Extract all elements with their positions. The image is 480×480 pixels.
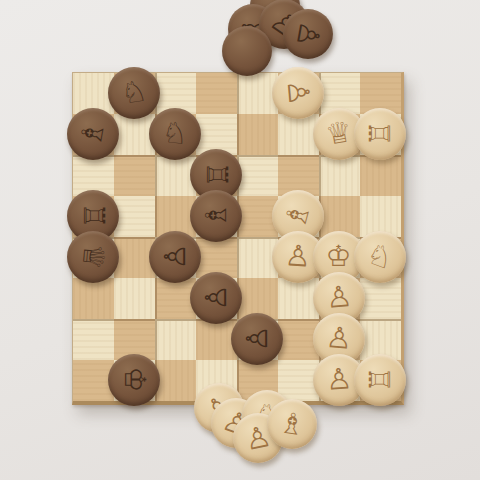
piece-dark-knight[interactable]: ♘	[149, 108, 201, 160]
queen-engraving-icon: ♕	[77, 242, 108, 270]
square-r3c8[interactable]	[360, 155, 401, 196]
square-r4c2[interactable]	[114, 196, 155, 237]
square-r2c5[interactable]	[237, 114, 278, 155]
square-r7c3[interactable]	[155, 319, 196, 360]
square-r3c5[interactable]	[237, 155, 278, 196]
pawn-engraving-icon: ♙	[242, 326, 271, 352]
piece-light-pawn[interactable]: ♙	[272, 67, 324, 119]
piece-dark-queen[interactable]: ♕	[67, 231, 119, 283]
king-engraving-icon: ♔	[326, 242, 352, 271]
pawn-engraving-icon: ♙	[324, 323, 352, 354]
pawn-engraving-icon: ♙	[291, 19, 324, 50]
square-r6c1[interactable]	[73, 278, 114, 319]
square-r3c2[interactable]	[114, 155, 155, 196]
piece-dark-pawn-captured-4[interactable]: ♙	[283, 9, 333, 59]
pawn-engraving-icon: ♙	[284, 241, 312, 272]
piece-dark-blank-captured-5[interactable]	[222, 26, 272, 76]
piece-dark-pawn[interactable]: ♙	[149, 231, 201, 283]
bishop-engraving-icon: ♗	[280, 199, 315, 232]
rook-engraving-icon: ♖	[78, 203, 107, 229]
piece-light-rook[interactable]: ♖	[354, 108, 406, 160]
square-r7c1[interactable]	[73, 319, 114, 360]
queen-engraving-icon: ♕	[323, 117, 354, 150]
pawn-engraving-icon: ♙	[324, 282, 352, 313]
bishop-engraving-icon: ♗	[277, 408, 307, 440]
square-r3c7[interactable]	[319, 155, 360, 196]
rook-engraving-icon: ♖	[365, 367, 394, 393]
pawn-engraving-icon: ♙	[201, 285, 230, 311]
king-engraving-icon: ♔	[119, 367, 148, 393]
knight-engraving-icon: ♘	[119, 76, 149, 108]
piece-dark-king[interactable]: ♔	[108, 354, 160, 406]
pawn-engraving-icon: ♙	[282, 78, 313, 106]
piece-dark-knight[interactable]: ♘	[108, 67, 160, 119]
piece-dark-pawn[interactable]: ♙	[231, 313, 283, 365]
rook-engraving-icon: ♖	[365, 121, 394, 147]
photo-scene: ♘♗♘♖♖♗♕♙♙♙♔♙♕♖♗♙♔♘♙♙♙♖♙♙♙♙♙♘♙♗	[0, 0, 480, 480]
piece-light-bishop-captured-5[interactable]: ♗	[267, 399, 317, 449]
rook-engraving-icon: ♖	[201, 162, 230, 188]
pawn-engraving-icon: ♙	[160, 244, 189, 270]
square-r8c3[interactable]	[155, 360, 196, 401]
knight-engraving-icon: ♘	[160, 118, 189, 150]
square-r6c8[interactable]	[360, 278, 401, 319]
pawn-engraving-icon: ♙	[325, 364, 353, 395]
piece-dark-bishop[interactable]: ♗	[190, 190, 242, 242]
square-r6c2[interactable]	[114, 278, 155, 319]
bishop-engraving-icon: ♗	[76, 118, 109, 149]
piece-dark-pawn[interactable]: ♙	[190, 272, 242, 324]
bishop-engraving-icon: ♗	[201, 203, 230, 229]
knight-engraving-icon: ♘	[362, 238, 396, 274]
piece-dark-bishop[interactable]: ♗	[67, 108, 119, 160]
piece-light-knight[interactable]: ♘	[354, 231, 406, 283]
square-r1c4[interactable]	[196, 73, 237, 114]
piece-light-rook[interactable]: ♖	[354, 354, 406, 406]
